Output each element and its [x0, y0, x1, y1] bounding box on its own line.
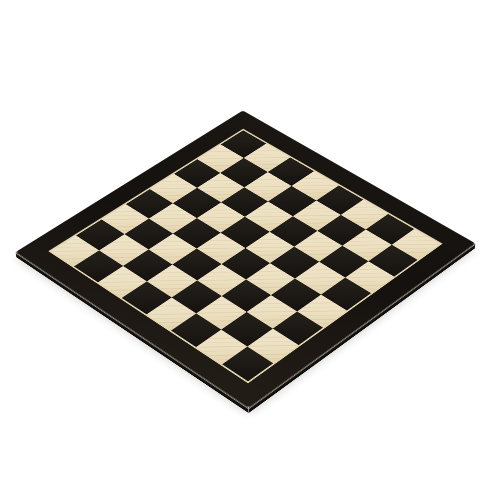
square-c8: [98, 266, 147, 298]
square-d8: [122, 281, 172, 314]
square-h6: [272, 311, 323, 345]
square-e6: [197, 264, 246, 296]
square-g4: [295, 262, 344, 294]
square-d6: [172, 249, 221, 281]
square-h5: [297, 294, 347, 327]
square-g3: [319, 246, 368, 278]
square-g7: [222, 312, 273, 346]
square-f4: [270, 247, 319, 279]
square-e5: [221, 248, 270, 280]
square-c7: [123, 249, 172, 281]
square-e7: [172, 280, 222, 313]
square-g8: [196, 330, 247, 365]
chess-board: [16, 111, 476, 408]
square-g6: [247, 295, 297, 328]
square-f7: [196, 296, 246, 329]
square-f8: [171, 313, 222, 347]
square-b8: [74, 250, 123, 282]
squares-grid: [51, 130, 440, 381]
square-h7: [247, 329, 298, 364]
square-h4: [321, 277, 371, 310]
board-3d-wrapper: [0, 0, 500, 500]
square-g5: [271, 278, 321, 311]
square-h8: [222, 346, 274, 381]
square-f6: [221, 279, 271, 312]
square-h2: [368, 245, 417, 277]
square-h3: [345, 261, 394, 293]
square-d7: [147, 265, 196, 297]
maple-pinstripe-inlay: [48, 129, 442, 384]
square-e8: [146, 297, 196, 330]
square-f5: [246, 263, 295, 295]
product-photo: [0, 0, 500, 500]
